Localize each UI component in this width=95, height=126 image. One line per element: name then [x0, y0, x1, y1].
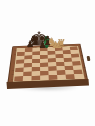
coord-rank-1-left: 1 — [10, 78, 13, 80]
chess-set-photo: aabbccddeeffgghh8877665544332211 ♟♞♚♟♝♞♟… — [0, 0, 95, 126]
square-d1 — [40, 75, 49, 80]
square-h1 — [74, 74, 83, 79]
coord-rank-5-right: 5 — [81, 58, 84, 59]
coord-rank-6-left: 6 — [13, 57, 16, 58]
coord-rank-2-right: 2 — [83, 71, 86, 73]
coord-rank-2-left: 2 — [11, 74, 14, 76]
square-e1 — [49, 75, 58, 80]
coord-file-a-far: a — [20, 47, 23, 48]
coord-rank-7-left: 7 — [13, 53, 16, 54]
square-b1 — [23, 76, 32, 81]
coord-rank-3-right: 3 — [82, 67, 85, 68]
brass-clasp — [87, 56, 91, 61]
coord-rank-3-left: 3 — [11, 69, 14, 70]
square-c1 — [31, 76, 40, 81]
board-frame: aabbccddeeffgghh8877665544332211 — [7, 44, 88, 84]
coord-rank-1-right: 1 — [84, 75, 87, 77]
coord-rank-4-left: 4 — [12, 65, 15, 66]
coord-rank-5-left: 5 — [12, 61, 15, 62]
coord-file-h-far: h — [72, 45, 75, 46]
coord-rank-8-right: 8 — [79, 47, 82, 48]
light-rook: ♜ — [57, 38, 66, 48]
coord-rank-7-right: 7 — [79, 51, 82, 52]
board-grid — [14, 46, 83, 81]
coord-rank-6-right: 6 — [80, 55, 83, 56]
coord-rank-8-left: 8 — [14, 50, 17, 51]
coord-rank-4-right: 4 — [82, 62, 85, 63]
